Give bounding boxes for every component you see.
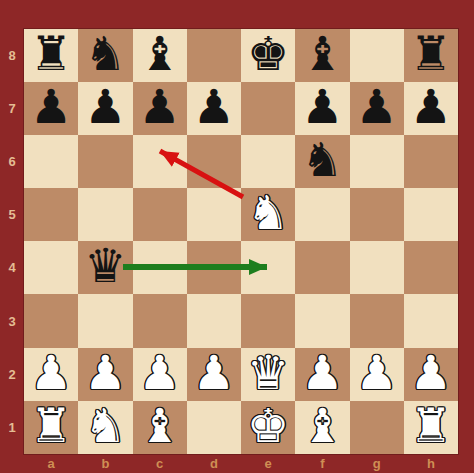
square-c4[interactable] — [133, 241, 187, 294]
square-g7[interactable]: ♟ — [350, 82, 404, 135]
square-a5[interactable] — [24, 188, 78, 241]
square-c5[interactable] — [133, 188, 187, 241]
rank-label-5: 5 — [0, 188, 24, 241]
piece-black-pawn-c7[interactable]: ♟ — [139, 83, 181, 130]
piece-black-pawn-g7[interactable]: ♟ — [356, 83, 398, 130]
square-a8[interactable]: ♜ — [24, 29, 78, 82]
piece-black-knight-b8[interactable]: ♞ — [84, 30, 126, 77]
square-c3[interactable] — [133, 294, 187, 347]
square-c6[interactable] — [133, 135, 187, 188]
square-d4[interactable] — [187, 241, 241, 294]
rank-label-1: 1 — [0, 401, 24, 454]
rank-label-4: 4 — [0, 241, 24, 294]
square-f5[interactable] — [295, 188, 349, 241]
piece-white-bishop-c1[interactable]: ♝ — [139, 402, 181, 449]
square-h4[interactable] — [404, 241, 458, 294]
piece-black-queen-b4[interactable]: ♛ — [84, 242, 126, 289]
piece-white-king-e1[interactable]: ♚ — [247, 402, 289, 449]
square-c7[interactable]: ♟ — [133, 82, 187, 135]
piece-black-bishop-f8[interactable]: ♝ — [301, 30, 343, 77]
square-e5[interactable]: ♞ — [241, 188, 295, 241]
piece-white-pawn-h2[interactable]: ♟ — [410, 349, 452, 396]
square-h7[interactable]: ♟ — [404, 82, 458, 135]
square-b7[interactable]: ♟ — [78, 82, 132, 135]
piece-white-knight-b1[interactable]: ♞ — [84, 402, 126, 449]
square-d7[interactable]: ♟ — [187, 82, 241, 135]
square-f6[interactable]: ♞ — [295, 135, 349, 188]
square-f4[interactable] — [295, 241, 349, 294]
piece-black-pawn-h7[interactable]: ♟ — [410, 83, 452, 130]
file-label-e: e — [241, 454, 295, 473]
square-e8[interactable]: ♚ — [241, 29, 295, 82]
square-f3[interactable] — [295, 294, 349, 347]
square-c2[interactable]: ♟ — [133, 348, 187, 401]
square-e1[interactable]: ♚ — [241, 401, 295, 454]
piece-black-pawn-f7[interactable]: ♟ — [301, 83, 343, 130]
file-label-f: f — [295, 454, 349, 473]
piece-white-queen-e2[interactable]: ♛ — [247, 349, 289, 396]
square-f7[interactable]: ♟ — [295, 82, 349, 135]
square-g6[interactable] — [350, 135, 404, 188]
file-label-g: g — [350, 454, 404, 473]
piece-white-pawn-c2[interactable]: ♟ — [139, 349, 181, 396]
square-h5[interactable] — [404, 188, 458, 241]
piece-black-king-e8[interactable]: ♚ — [247, 30, 289, 77]
square-a7[interactable]: ♟ — [24, 82, 78, 135]
file-label-b: b — [78, 454, 132, 473]
piece-black-rook-h8[interactable]: ♜ — [410, 30, 452, 77]
square-g3[interactable] — [350, 294, 404, 347]
square-e7[interactable] — [241, 82, 295, 135]
rank-label-2: 2 — [0, 348, 24, 401]
square-d1[interactable] — [187, 401, 241, 454]
square-f2[interactable]: ♟ — [295, 348, 349, 401]
file-label-c: c — [133, 454, 187, 473]
piece-black-knight-f6[interactable]: ♞ — [301, 136, 343, 183]
square-d3[interactable] — [187, 294, 241, 347]
square-h1[interactable]: ♜ — [404, 401, 458, 454]
piece-white-knight-e5[interactable]: ♞ — [247, 189, 289, 236]
square-g4[interactable] — [350, 241, 404, 294]
file-label-h: h — [404, 454, 458, 473]
square-a4[interactable] — [24, 241, 78, 294]
piece-white-rook-h1[interactable]: ♜ — [410, 402, 452, 449]
square-d5[interactable] — [187, 188, 241, 241]
square-b4[interactable]: ♛ — [78, 241, 132, 294]
square-c1[interactable]: ♝ — [133, 401, 187, 454]
square-d8[interactable] — [187, 29, 241, 82]
piece-white-rook-a1[interactable]: ♜ — [30, 402, 72, 449]
square-c8[interactable]: ♝ — [133, 29, 187, 82]
square-a6[interactable] — [24, 135, 78, 188]
square-a1[interactable]: ♜ — [24, 401, 78, 454]
rank-label-6: 6 — [0, 135, 24, 188]
file-label-a: a — [24, 454, 78, 473]
square-h8[interactable]: ♜ — [404, 29, 458, 82]
chess-board[interactable]: ♜♞♝♚♝♜♟♟♟♟♟♟♟♞♞♛♟♟♟♟♛♟♟♟♜♞♝♚♝♜ — [24, 29, 458, 454]
square-f1[interactable]: ♝ — [295, 401, 349, 454]
piece-white-bishop-f1[interactable]: ♝ — [301, 402, 343, 449]
square-b8[interactable]: ♞ — [78, 29, 132, 82]
piece-black-pawn-b7[interactable]: ♟ — [84, 83, 126, 130]
piece-white-pawn-g2[interactable]: ♟ — [356, 349, 398, 396]
rank-label-8: 8 — [0, 29, 24, 82]
piece-white-pawn-d2[interactable]: ♟ — [193, 349, 235, 396]
piece-white-pawn-f2[interactable]: ♟ — [301, 349, 343, 396]
piece-white-pawn-b2[interactable]: ♟ — [84, 349, 126, 396]
square-b6[interactable] — [78, 135, 132, 188]
piece-white-pawn-a2[interactable]: ♟ — [30, 349, 72, 396]
square-e4[interactable] — [241, 241, 295, 294]
square-h6[interactable] — [404, 135, 458, 188]
square-d2[interactable]: ♟ — [187, 348, 241, 401]
rank-label-3: 3 — [0, 295, 24, 348]
square-b2[interactable]: ♟ — [78, 348, 132, 401]
square-f8[interactable]: ♝ — [295, 29, 349, 82]
chessboard-frame: ♜♞♝♚♝♜♟♟♟♟♟♟♟♞♞♛♟♟♟♟♛♟♟♟♜♞♝♚♝♜ 87654321a… — [0, 0, 474, 473]
square-h2[interactable]: ♟ — [404, 348, 458, 401]
square-a3[interactable] — [24, 294, 78, 347]
piece-black-rook-a8[interactable]: ♜ — [30, 30, 72, 77]
square-g2[interactable]: ♟ — [350, 348, 404, 401]
square-g5[interactable] — [350, 188, 404, 241]
square-b3[interactable] — [78, 294, 132, 347]
square-b1[interactable]: ♞ — [78, 401, 132, 454]
square-h3[interactable] — [404, 294, 458, 347]
piece-black-pawn-d7[interactable]: ♟ — [193, 83, 235, 130]
piece-black-pawn-a7[interactable]: ♟ — [30, 83, 72, 130]
square-a2[interactable]: ♟ — [24, 348, 78, 401]
square-e6[interactable] — [241, 135, 295, 188]
rank-label-7: 7 — [0, 82, 24, 135]
square-g1[interactable] — [350, 401, 404, 454]
square-b5[interactable] — [78, 188, 132, 241]
file-label-d: d — [187, 454, 241, 473]
piece-black-bishop-c8[interactable]: ♝ — [139, 30, 181, 77]
square-e3[interactable] — [241, 294, 295, 347]
square-e2[interactable]: ♛ — [241, 348, 295, 401]
square-g8[interactable] — [350, 29, 404, 82]
square-d6[interactable] — [187, 135, 241, 188]
